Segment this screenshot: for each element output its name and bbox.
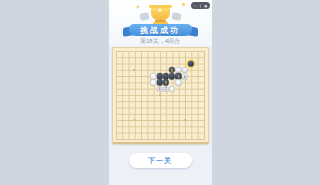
exit-circle-icon[interactable]: ◉ <box>204 4 207 7</box>
more-icon[interactable]: ⋯ <box>193 4 196 7</box>
capsule-divider <box>200 4 201 8</box>
move-number: 2 <box>165 87 167 91</box>
success-banner: 挑战成功 <box>126 24 195 36</box>
sparkle-icon: ✦ <box>175 16 178 22</box>
star-point <box>133 69 135 71</box>
white-stone <box>169 86 175 92</box>
board-grid[interactable]: 514362 <box>116 51 205 140</box>
next-level-button[interactable]: 下一关 <box>129 153 192 168</box>
next-level-label: 下一关 <box>148 156 172 166</box>
level-round-summary: 第18关，4回合 <box>109 37 212 46</box>
move-number: 5 <box>171 68 173 72</box>
star-point <box>133 119 135 121</box>
app-screen: ★ ✦ ✦ ✦ 挑战成功 第18关，4回合 ⋯ ◉ 514362 下一关 <box>109 0 212 185</box>
move-number: 4 <box>184 74 186 78</box>
move-number: 1 <box>177 74 179 78</box>
white-stone: 4 <box>181 73 187 79</box>
star-point <box>159 94 161 96</box>
gomoku-board[interactable]: 514362 <box>112 47 209 144</box>
move-number: 6 <box>159 87 161 91</box>
star-point <box>184 119 186 121</box>
move-number: 3 <box>165 81 167 85</box>
white-stone <box>175 79 181 85</box>
black-stone-last-move <box>188 60 194 66</box>
miniprogram-capsule[interactable]: ⋯ ◉ <box>191 2 210 9</box>
banner-text: 挑战成功 <box>140 25 180 36</box>
